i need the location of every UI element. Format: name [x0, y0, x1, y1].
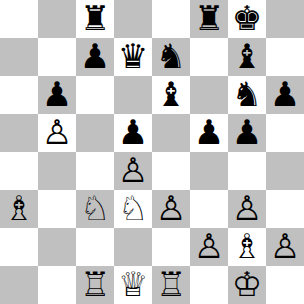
square-a4[interactable] — [0, 152, 38, 190]
square-c3[interactable]: ♘ — [76, 190, 114, 228]
square-d2[interactable] — [114, 228, 152, 266]
square-f8[interactable]: ♜ — [190, 0, 228, 38]
square-g3[interactable]: ♙ — [228, 190, 266, 228]
square-c7[interactable]: ♟ — [76, 38, 114, 76]
square-f2[interactable]: ♙ — [190, 228, 228, 266]
square-b1[interactable] — [38, 266, 76, 304]
square-h7[interactable] — [266, 38, 304, 76]
square-g6[interactable]: ♞ — [228, 76, 266, 114]
square-e2[interactable] — [152, 228, 190, 266]
square-b7[interactable] — [38, 38, 76, 76]
piece-white-pawn: ♙ — [118, 152, 148, 189]
square-b8[interactable] — [38, 0, 76, 38]
square-g1[interactable]: ♔ — [228, 266, 266, 304]
piece-black-pawn: ♟ — [118, 114, 148, 151]
square-d8[interactable] — [114, 0, 152, 38]
piece-white-bishop: ♗ — [4, 190, 34, 227]
square-h2[interactable]: ♙ — [266, 228, 304, 266]
piece-black-pawn: ♟ — [194, 114, 224, 151]
piece-white-pawn: ♙ — [156, 190, 186, 227]
square-g7[interactable]: ♝ — [228, 38, 266, 76]
square-d1[interactable]: ♕ — [114, 266, 152, 304]
square-b5[interactable]: ♙ — [38, 114, 76, 152]
square-c6[interactable] — [76, 76, 114, 114]
square-h8[interactable] — [266, 0, 304, 38]
square-f3[interactable] — [190, 190, 228, 228]
square-f6[interactable] — [190, 76, 228, 114]
square-e1[interactable]: ♖ — [152, 266, 190, 304]
square-f4[interactable] — [190, 152, 228, 190]
square-a7[interactable] — [0, 38, 38, 76]
piece-black-rook: ♜ — [80, 0, 110, 37]
piece-white-rook: ♖ — [80, 266, 110, 303]
square-d3[interactable]: ♘ — [114, 190, 152, 228]
piece-white-pawn: ♙ — [194, 228, 224, 265]
square-h6[interactable]: ♟ — [266, 76, 304, 114]
piece-black-bishop: ♝ — [232, 38, 262, 75]
piece-black-pawn: ♟ — [42, 76, 72, 113]
square-a8[interactable] — [0, 0, 38, 38]
square-e3[interactable]: ♙ — [152, 190, 190, 228]
square-g5[interactable]: ♟ — [228, 114, 266, 152]
piece-white-knight: ♘ — [118, 190, 148, 227]
square-e8[interactable] — [152, 0, 190, 38]
square-d5[interactable]: ♟ — [114, 114, 152, 152]
square-h5[interactable] — [266, 114, 304, 152]
square-f1[interactable] — [190, 266, 228, 304]
piece-black-pawn: ♟ — [270, 76, 300, 113]
square-d6[interactable] — [114, 76, 152, 114]
square-a5[interactable] — [0, 114, 38, 152]
square-c4[interactable] — [76, 152, 114, 190]
square-b4[interactable] — [38, 152, 76, 190]
piece-white-bishop: ♗ — [232, 228, 262, 265]
piece-black-pawn: ♟ — [80, 38, 110, 75]
square-g8[interactable]: ♚ — [228, 0, 266, 38]
piece-black-queen: ♛ — [118, 38, 148, 75]
square-a6[interactable] — [0, 76, 38, 114]
square-c5[interactable] — [76, 114, 114, 152]
piece-white-king: ♔ — [232, 266, 262, 303]
square-c8[interactable]: ♜ — [76, 0, 114, 38]
square-d7[interactable]: ♛ — [114, 38, 152, 76]
square-c2[interactable] — [76, 228, 114, 266]
square-e7[interactable]: ♞ — [152, 38, 190, 76]
square-c1[interactable]: ♖ — [76, 266, 114, 304]
square-e4[interactable] — [152, 152, 190, 190]
piece-white-queen: ♕ — [118, 266, 148, 303]
square-b3[interactable] — [38, 190, 76, 228]
square-g2[interactable]: ♗ — [228, 228, 266, 266]
square-e6[interactable]: ♝ — [152, 76, 190, 114]
square-h3[interactable] — [266, 190, 304, 228]
square-g4[interactable] — [228, 152, 266, 190]
square-a3[interactable]: ♗ — [0, 190, 38, 228]
piece-black-rook: ♜ — [194, 0, 224, 37]
square-b2[interactable] — [38, 228, 76, 266]
piece-white-knight: ♘ — [80, 190, 110, 227]
square-f7[interactable] — [190, 38, 228, 76]
piece-black-bishop: ♝ — [156, 76, 186, 113]
piece-white-pawn: ♙ — [42, 114, 72, 151]
chess-board: ♜♜♚♟♛♞♝♟♝♞♟♙♟♟♟♙♗♘♘♙♙♙♗♙♖♕♖♔ — [0, 0, 304, 304]
square-b6[interactable]: ♟ — [38, 76, 76, 114]
square-e5[interactable] — [152, 114, 190, 152]
square-f5[interactable]: ♟ — [190, 114, 228, 152]
square-a1[interactable] — [0, 266, 38, 304]
piece-black-knight: ♞ — [232, 76, 262, 113]
piece-white-pawn: ♙ — [270, 228, 300, 265]
piece-white-pawn: ♙ — [232, 190, 262, 227]
piece-white-rook: ♖ — [156, 266, 186, 303]
square-h1[interactable] — [266, 266, 304, 304]
piece-black-king: ♚ — [232, 0, 262, 37]
square-h4[interactable] — [266, 152, 304, 190]
square-a2[interactable] — [0, 228, 38, 266]
square-d4[interactable]: ♙ — [114, 152, 152, 190]
piece-black-pawn: ♟ — [232, 114, 262, 151]
piece-black-knight: ♞ — [156, 38, 186, 75]
